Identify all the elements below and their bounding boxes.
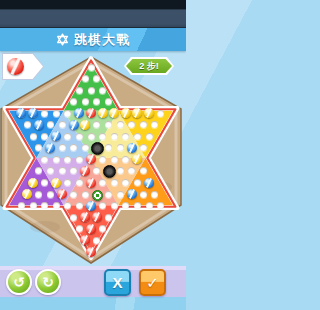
redo-button[interactable]: ↻ [35,269,61,295]
board-hole[interactable] [53,202,60,209]
board-hole[interactable] [157,110,164,117]
blue-marble[interactable] [34,120,44,130]
board-hole[interactable] [134,133,141,140]
board-hole[interactable] [24,121,31,128]
board-hole[interactable] [146,133,153,140]
yellow-marble[interactable] [51,178,61,188]
steps-label: 2 步! [139,60,159,73]
board-hole[interactable] [134,179,141,186]
bottom-strip [0,297,186,310]
redo-icon: ↻ [42,275,54,289]
screen: { "game": "chinese-checkers", "app": { "… [0,0,186,310]
board-hole[interactable] [99,156,106,163]
current-turn-marble [7,58,24,75]
board-hole[interactable] [18,202,25,209]
yellow-marble[interactable] [28,178,38,188]
board-hole[interactable] [64,110,71,117]
board-hole[interactable] [59,121,66,128]
board-hole[interactable] [30,202,37,209]
steps-banner: 2 步! [124,57,174,75]
board-hole[interactable] [111,133,118,140]
bottom-toolbar: ↺ ↻ X ✓ [0,266,186,310]
board-hole[interactable] [41,133,48,140]
blue-marble[interactable] [144,178,154,188]
board-hole[interactable] [105,98,112,105]
red-marble[interactable] [57,189,67,199]
blue-marble[interactable] [127,189,137,199]
board-hole[interactable] [53,110,60,117]
status-bar [0,0,186,28]
board-hole[interactable] [99,87,106,94]
board-hole[interactable] [70,191,77,198]
board-hole[interactable] [82,98,89,105]
board-hole[interactable] [134,202,141,209]
board-hole[interactable] [111,156,118,163]
board-hole[interactable] [82,75,89,82]
board-hole[interactable] [117,121,124,128]
board-hole[interactable] [59,167,66,174]
board-hole[interactable] [111,179,118,186]
red-marble[interactable] [86,178,96,188]
cancel-button[interactable]: X [104,269,131,296]
red-marble[interactable] [86,224,96,234]
board-hole[interactable] [53,156,60,163]
blue-marble[interactable] [69,120,79,130]
board-hole[interactable] [76,87,83,94]
game-board[interactable] [0,52,186,267]
hexagram-star-icon [56,33,69,46]
green-target-marker[interactable] [92,190,103,201]
board-hole[interactable] [76,179,83,186]
board-hole[interactable] [88,133,95,140]
board-hole[interactable] [88,64,95,71]
red-marble[interactable] [92,212,102,222]
board-hole[interactable] [70,214,77,221]
blue-marble[interactable] [127,143,137,153]
yellow-marble[interactable] [98,108,108,118]
confirm-icon: ✓ [146,275,159,290]
board-hole[interactable] [117,144,124,151]
confirm-button[interactable]: ✓ [139,269,166,296]
board-hole[interactable] [105,214,112,221]
turn-indicator [2,53,44,80]
steps-banner-body: 2 步! [126,59,172,73]
board-hole[interactable] [140,121,147,128]
board-hole[interactable] [140,191,147,198]
undo-icon: ↺ [13,275,25,289]
board-hole[interactable] [151,191,158,198]
board-hole[interactable] [59,144,66,151]
red-marble[interactable] [86,247,96,257]
board-hole[interactable] [117,191,124,198]
board-hole[interactable] [105,191,112,198]
app-title: 跳棋大戰 [74,31,130,49]
board-hole[interactable] [99,133,106,140]
yellow-marble[interactable] [121,108,131,118]
board-hole[interactable] [41,110,48,117]
board-hole[interactable] [41,156,48,163]
board-hole[interactable] [76,156,83,163]
board-hole[interactable] [76,202,83,209]
title-bar: 跳棋大戰 [0,28,186,51]
undo-button[interactable]: ↺ [6,269,32,295]
board-hole[interactable] [88,87,95,94]
board-hole[interactable] [146,202,153,209]
board-hole[interactable] [111,202,118,209]
blue-marble[interactable] [86,201,96,211]
board-hole[interactable] [117,167,124,174]
cancel-icon: X [112,275,122,290]
board-hole[interactable] [76,133,83,140]
board-hole[interactable] [30,133,37,140]
board-hole[interactable] [35,191,42,198]
board-hole[interactable] [82,191,89,198]
board-hole[interactable] [47,191,54,198]
yellow-marble[interactable] [80,120,90,130]
